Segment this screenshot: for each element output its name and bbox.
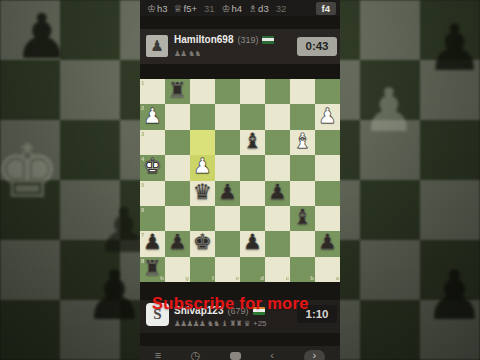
square-d4[interactable]	[240, 155, 265, 180]
square-h2[interactable]: ♟2	[140, 104, 165, 129]
black-pawn-a7[interactable]: ♟	[318, 232, 337, 253]
move-piece-icon: ♗	[248, 3, 257, 14]
black-queen-f5[interactable]: ♛	[193, 182, 212, 203]
square-a6[interactable]	[315, 206, 340, 231]
square-d6[interactable]	[240, 206, 265, 231]
square-e2[interactable]	[215, 104, 240, 129]
opponent-rating: (319)	[237, 35, 258, 45]
move-piece-icon: ♔	[147, 3, 156, 14]
black-rook-g1[interactable]: ♜	[168, 80, 187, 101]
square-b8[interactable]: b	[290, 257, 315, 282]
square-d2[interactable]	[240, 104, 265, 129]
square-e5[interactable]: ♟	[215, 181, 240, 206]
square-h1[interactable]: 1	[140, 79, 165, 104]
opponent-captured-pieces: ♟♟ ♞♞	[174, 49, 201, 58]
square-e4[interactable]	[215, 155, 240, 180]
material-advantage: +25	[253, 319, 267, 328]
forward-icon[interactable]: ›	[304, 350, 326, 360]
white-pawn-h2[interactable]: ♟	[143, 106, 162, 127]
square-b2[interactable]	[290, 104, 315, 129]
player-captured-pieces: ♟♟♟♟♟ ♞♞ ♝ ♜♜ ♛	[174, 319, 250, 328]
file-label: e	[236, 275, 239, 281]
square-c6[interactable]	[265, 206, 290, 231]
black-pawn-e5[interactable]: ♟	[218, 182, 237, 203]
black-king-f7[interactable]: ♚	[193, 232, 212, 253]
move-piece-icon: ♔	[222, 3, 231, 14]
rank-label: 5	[141, 182, 144, 188]
move-piece-icon: ♕	[174, 3, 183, 14]
square-b5[interactable]	[290, 181, 315, 206]
square-b6[interactable]: ♝	[290, 206, 315, 231]
square-a2[interactable]: ♟	[315, 104, 340, 129]
square-f2[interactable]	[190, 104, 215, 129]
rank-label: 4	[141, 156, 144, 162]
square-h4[interactable]: ♚4	[140, 155, 165, 180]
black-pawn-c5[interactable]: ♟	[268, 182, 287, 203]
square-d5[interactable]	[240, 181, 265, 206]
opponent-player-bar: ♟ Hamilton698 (319) ♟♟ ♞♞ 0:43	[140, 29, 340, 64]
file-label: h	[160, 275, 164, 281]
square-e1[interactable]	[215, 79, 240, 104]
square-a1[interactable]	[315, 79, 340, 104]
square-g2[interactable]	[165, 104, 190, 129]
subscribe-caption: Subscribe for more	[152, 294, 332, 313]
square-e7[interactable]	[215, 231, 240, 256]
square-d7[interactable]: ♟	[240, 231, 265, 256]
square-a5[interactable]	[315, 181, 340, 206]
file-label: c	[286, 275, 289, 281]
file-label: f	[212, 275, 214, 281]
black-rook-h8[interactable]: ♜	[143, 258, 162, 279]
menu-icon[interactable]: ≡	[155, 350, 161, 360]
white-pawn-a2[interactable]: ♟	[318, 106, 337, 127]
chat-icon[interactable]	[230, 350, 241, 360]
square-f6[interactable]	[190, 206, 215, 231]
move-san[interactable]: ♔h4	[222, 3, 243, 14]
square-d8[interactable]: d	[240, 257, 265, 282]
square-a3[interactable]	[315, 130, 340, 155]
square-g6[interactable]	[165, 206, 190, 231]
black-bishop-b6[interactable]: ♝	[293, 207, 312, 228]
square-f3[interactable]	[190, 130, 215, 155]
square-c3[interactable]	[265, 130, 290, 155]
white-king-h4[interactable]: ♚	[143, 156, 162, 177]
black-pawn-d7[interactable]: ♟	[243, 232, 262, 253]
square-g5[interactable]	[165, 181, 190, 206]
square-a8[interactable]: a	[315, 257, 340, 282]
move-san[interactable]: ♕f5+	[174, 3, 197, 14]
square-g7[interactable]: ♟	[165, 231, 190, 256]
black-pawn-h7[interactable]: ♟	[143, 232, 162, 253]
square-c7[interactable]	[265, 231, 290, 256]
chess-board[interactable]: 1♜♟2♟3♝♝♚4♟5♛♟♟6♝♟7♟♚♟♟♜h8gfedcba	[140, 79, 340, 282]
square-h7[interactable]: ♟7	[140, 231, 165, 256]
opponent-name[interactable]: Hamilton698	[174, 34, 233, 45]
square-f8[interactable]: f	[190, 257, 215, 282]
move-san[interactable]: ♗d3	[248, 3, 269, 14]
rank-label: 1	[141, 80, 144, 86]
square-e8[interactable]: e	[215, 257, 240, 282]
file-label: b	[310, 275, 314, 281]
square-c8[interactable]: c	[265, 257, 290, 282]
move-number: 32	[276, 3, 287, 14]
opponent-avatar[interactable]: ♟	[146, 35, 168, 57]
square-b7[interactable]	[290, 231, 315, 256]
square-c5[interactable]: ♟	[265, 181, 290, 206]
square-g3[interactable]	[165, 130, 190, 155]
move-san[interactable]: ♔h3	[147, 3, 168, 14]
square-c4[interactable]	[265, 155, 290, 180]
file-label: g	[185, 275, 189, 281]
white-pawn-f4[interactable]: ♟	[193, 156, 212, 177]
opponent-flag-icon	[262, 36, 274, 44]
square-e6[interactable]	[215, 206, 240, 231]
square-h5[interactable]: 5	[140, 181, 165, 206]
rank-label: 8	[141, 258, 144, 264]
file-label: d	[260, 275, 264, 281]
square-g8[interactable]: g	[165, 257, 190, 282]
square-c1[interactable]	[265, 79, 290, 104]
move-list-bar[interactable]: ♔h3♕f5+31♔h4♗d332f4	[140, 0, 340, 16]
rank-label: 2	[141, 105, 144, 111]
file-label: a	[336, 275, 339, 281]
square-b4[interactable]	[290, 155, 315, 180]
black-pawn-g7[interactable]: ♟	[168, 232, 187, 253]
game-nav-bar: ≡◷‹›	[140, 346, 340, 360]
rank-label: 3	[141, 131, 144, 137]
square-f5[interactable]: ♛	[190, 181, 215, 206]
back-icon[interactable]: ‹	[270, 350, 274, 360]
square-g1[interactable]: ♜	[165, 79, 190, 104]
analysis-clock-icon[interactable]: ◷	[191, 350, 201, 360]
square-a4[interactable]	[315, 155, 340, 180]
square-c2[interactable]	[265, 104, 290, 129]
rank-label: 7	[141, 232, 144, 238]
opponent-clock: 0:43	[297, 37, 337, 56]
black-bishop-d3[interactable]: ♝	[243, 131, 262, 152]
current-move[interactable]: f4	[316, 2, 336, 15]
move-number: 31	[204, 3, 215, 14]
square-e3[interactable]	[215, 130, 240, 155]
square-f1[interactable]	[190, 79, 215, 104]
square-d1[interactable]	[240, 79, 265, 104]
square-a7[interactable]: ♟	[315, 231, 340, 256]
square-d3[interactable]: ♝	[240, 130, 265, 155]
rank-label: 6	[141, 207, 144, 213]
white-bishop-b3[interactable]: ♝	[293, 131, 312, 152]
square-f4[interactable]: ♟	[190, 155, 215, 180]
square-b3[interactable]: ♝	[290, 130, 315, 155]
square-b1[interactable]	[290, 79, 315, 104]
square-h3[interactable]: 3	[140, 130, 165, 155]
square-f7[interactable]: ♚	[190, 231, 215, 256]
square-h8[interactable]: ♜h8	[140, 257, 165, 282]
square-g4[interactable]	[165, 155, 190, 180]
square-h6[interactable]: 6	[140, 206, 165, 231]
